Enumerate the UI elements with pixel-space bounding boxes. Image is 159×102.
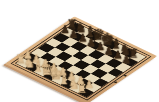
white-pawn-icon: ♟ (17, 49, 39, 60)
square-d6 (80, 46, 96, 55)
square-f6 (97, 54, 113, 63)
square-a4 (38, 43, 54, 52)
square-c8: ♝ (86, 31, 102, 40)
square-b7: ♟ (69, 32, 85, 41)
square-f8: ♝ (112, 44, 128, 53)
square-d7: ♟ (87, 41, 103, 50)
square-d5 (72, 51, 88, 60)
white-rook-icon: ♜ (10, 53, 32, 65)
black-knight-icon: ♞ (114, 42, 136, 55)
black-pawn-icon: ♟ (98, 45, 120, 56)
black-bishop-icon: ♝ (105, 38, 127, 52)
black-pawn-icon: ♟ (54, 24, 76, 35)
scene: ♜♞♝♛♚♝♞♜♟♟♟♟♟♟♟♟♟♟♟♟♟♟♟♟♜♞♝♛♚♝♞♜ (0, 0, 159, 102)
square-b4 (47, 47, 63, 56)
square-e6 (88, 50, 104, 59)
square-h8: ♜ (130, 53, 146, 62)
square-h7: ♟ (122, 58, 138, 67)
black-bishop-icon: ♝ (79, 25, 101, 38)
square-f7: ♟ (105, 49, 121, 58)
square-a5 (46, 38, 62, 47)
board-frame: ♜♞♝♛♚♝♞♜♟♟♟♟♟♟♟♟♟♟♟♟♟♟♟♟♜♞♝♛♚♝♞♜ (5, 16, 157, 102)
square-a3 (31, 48, 47, 57)
black-rook-icon: ♜ (61, 18, 83, 30)
square-a2: ♟ (24, 53, 40, 62)
square-a7: ♟ (61, 28, 77, 37)
square-c4 (56, 52, 72, 61)
black-rook-icon: ♜ (123, 48, 145, 60)
square-b5 (55, 42, 71, 51)
chess-board: ♜♞♝♛♚♝♞♜♟♟♟♟♟♟♟♟♟♟♟♟♟♟♟♟♜♞♝♛♚♝♞♜ (5, 16, 157, 102)
square-a8: ♜ (68, 23, 84, 32)
product-photo: ♜♞♝♛♚♝♞♜♟♟♟♟♟♟♟♟♟♟♟♟♟♟♟♟♜♞♝♛♚♝♞♜ (0, 0, 159, 102)
square-d8: ♛ (94, 36, 110, 45)
black-pawn-icon: ♟ (89, 41, 111, 52)
black-knight-icon: ♞ (70, 21, 92, 34)
black-pawn-icon: ♟ (63, 28, 85, 39)
square-g8: ♞ (121, 48, 137, 57)
square-b8: ♞ (77, 27, 93, 36)
square-e8: ♚ (103, 40, 119, 49)
black-pawn-icon: ♟ (72, 33, 94, 44)
square-a6 (53, 33, 69, 42)
black-pawn-icon: ♟ (80, 37, 102, 48)
square-c6 (71, 41, 87, 50)
square-c3 (49, 57, 65, 66)
square-b6 (62, 37, 78, 46)
square-c7: ♟ (78, 36, 94, 45)
black-queen-icon: ♛ (88, 28, 110, 43)
square-c5 (63, 46, 79, 55)
black-king-icon: ♚ (97, 31, 119, 47)
black-pawn-icon: ♟ (107, 49, 129, 60)
square-e7: ♟ (96, 45, 112, 54)
